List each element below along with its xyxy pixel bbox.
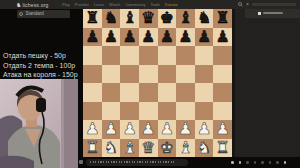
control-dot[interactable] <box>254 161 257 164</box>
square-f5[interactable] <box>176 65 195 84</box>
chat-label-bar <box>263 12 283 14</box>
control-dot[interactable] <box>269 161 272 164</box>
url-text <box>90 161 176 164</box>
white-bishop: ♝ <box>122 138 136 156</box>
black-pawn: ♟ <box>122 27 136 45</box>
black-king: ♚ <box>160 9 174 27</box>
square-b4[interactable] <box>102 83 121 102</box>
status-icon <box>79 160 83 164</box>
square-c4[interactable] <box>120 83 139 102</box>
square-b5[interactable] <box>102 65 121 84</box>
square-f1[interactable]: ♝ <box>176 139 195 158</box>
white-queen: ♛ <box>141 138 155 156</box>
chat-room-toggle[interactable] <box>245 9 300 18</box>
black-rook: ♜ <box>216 9 230 27</box>
square-f8[interactable]: ♝ <box>176 9 195 28</box>
black-bishop: ♝ <box>122 9 136 27</box>
square-h5[interactable] <box>213 65 232 84</box>
square-c2[interactable]: ♟ <box>120 120 139 139</box>
white-bishop: ♝ <box>178 138 192 156</box>
square-e8[interactable]: ♚ <box>158 9 177 28</box>
white-pawn: ♟ <box>160 120 174 138</box>
black-pawn: ♟ <box>85 27 99 45</box>
square-d7[interactable]: ♟ <box>139 28 158 47</box>
bottom-bar <box>78 157 300 168</box>
side-panel <box>235 9 300 157</box>
square-h1[interactable]: ♜ <box>213 139 232 158</box>
square-b7[interactable]: ♟ <box>102 28 121 47</box>
square-g2[interactable]: ♟ <box>195 120 214 139</box>
square-g7[interactable]: ♟ <box>195 28 214 47</box>
black-knight: ♞ <box>104 9 118 27</box>
square-c8[interactable]: ♝ <box>120 9 139 28</box>
black-pawn: ♟ <box>178 27 192 45</box>
square-a1[interactable]: ♜ <box>83 139 102 158</box>
square-d8[interactable]: ♛ <box>139 9 158 28</box>
square-d6[interactable] <box>139 46 158 65</box>
square-a4[interactable] <box>83 83 102 102</box>
close-icon[interactable]: × <box>246 2 249 7</box>
square-b1[interactable]: ♞ <box>102 139 121 158</box>
control-dot[interactable] <box>261 161 264 164</box>
control-dot[interactable] <box>239 161 242 164</box>
square-g8[interactable]: ♞ <box>195 9 214 28</box>
stream-frame: ♞ lichess.org Play Puzzles Learn Watch C… <box>0 0 300 168</box>
streamer-scene <box>0 79 78 168</box>
nav-item-learn[interactable]: Learn <box>94 2 104 7</box>
black-pawn: ♟ <box>104 27 118 45</box>
nav-item-tools[interactable]: Tools <box>150 2 159 7</box>
nav-item-donate[interactable]: Donate <box>165 2 178 7</box>
white-pawn: ♟ <box>122 120 136 138</box>
black-pawn: ♟ <box>216 27 230 45</box>
white-knight: ♞ <box>197 138 211 156</box>
clock-icon <box>19 12 23 16</box>
square-h2[interactable]: ♟ <box>213 120 232 139</box>
square-a6[interactable] <box>83 46 102 65</box>
square-d5[interactable] <box>139 65 158 84</box>
nav-item-watch[interactable]: Watch <box>109 2 120 7</box>
square-e3[interactable] <box>158 102 177 121</box>
bottom-controls <box>231 161 286 164</box>
control-dot[interactable] <box>276 161 279 164</box>
square-f2[interactable]: ♟ <box>176 120 195 139</box>
white-king: ♚ <box>160 138 174 156</box>
white-knight: ♞ <box>104 138 118 156</box>
square-e1[interactable]: ♚ <box>158 139 177 158</box>
white-rook: ♜ <box>85 138 99 156</box>
black-pawn: ♟ <box>141 27 155 45</box>
header-user-area: × <box>238 0 296 9</box>
black-pawn: ♟ <box>197 27 211 45</box>
black-queen: ♛ <box>141 9 155 27</box>
square-d2[interactable]: ♟ <box>139 120 158 139</box>
white-pawn: ♟ <box>197 120 211 138</box>
white-pawn: ♟ <box>141 120 155 138</box>
lichess-logo[interactable]: ♞ lichess.org <box>16 0 49 9</box>
square-g4[interactable] <box>195 83 214 102</box>
username-menu[interactable] <box>252 3 296 7</box>
game-meta-box: Standard <box>17 10 70 18</box>
nav-item-puzzles[interactable]: Puzzles <box>75 2 89 7</box>
square-d4[interactable] <box>139 83 158 102</box>
square-b3[interactable] <box>102 102 121 121</box>
square-f6[interactable] <box>176 46 195 65</box>
square-a3[interactable] <box>83 102 102 121</box>
chat-icon <box>258 12 261 15</box>
white-pawn: ♟ <box>85 120 99 138</box>
control-dot[interactable] <box>284 161 287 164</box>
chess-board[interactable]: ♜♞♝♛♚♝♞♜♟♟♟♟♟♟♟♟♟♟♟♟♟♟♟♟♜♞♝♛♚♝♞♜ <box>83 9 232 157</box>
logo-text: lichess.org <box>22 2 48 8</box>
square-c7[interactable]: ♟ <box>120 28 139 47</box>
url-pill[interactable] <box>86 159 188 166</box>
black-rook: ♜ <box>85 9 99 27</box>
donation-line-2: Отдать 2 темпа - 100р <box>3 61 78 71</box>
wall-corner <box>61 79 64 168</box>
square-e5[interactable] <box>158 65 177 84</box>
square-g3[interactable] <box>195 102 214 121</box>
webcam-view <box>0 79 78 168</box>
headphone-earcup <box>36 98 46 112</box>
wall-shadow <box>63 79 78 168</box>
donation-overlay: Отдать пешку - 50р Отдать 2 темпа - 100р… <box>3 51 78 80</box>
variant-label: Standard <box>26 11 44 16</box>
square-f4[interactable] <box>176 83 195 102</box>
square-b2[interactable]: ♟ <box>102 120 121 139</box>
square-a8[interactable]: ♜ <box>83 9 102 28</box>
square-f7[interactable]: ♟ <box>176 28 195 47</box>
search-icon[interactable] <box>238 2 243 7</box>
knight-logo-icon: ♞ <box>16 2 21 8</box>
square-h8[interactable]: ♜ <box>213 9 232 28</box>
square-d3[interactable] <box>139 102 158 121</box>
control-dot[interactable] <box>246 161 249 164</box>
square-c3[interactable] <box>120 102 139 121</box>
square-h7[interactable]: ♟ <box>213 28 232 47</box>
nav-item-community[interactable]: Community <box>125 2 145 7</box>
square-e4[interactable] <box>158 83 177 102</box>
square-f3[interactable] <box>176 102 195 121</box>
control-dot[interactable] <box>231 161 234 164</box>
white-pawn: ♟ <box>216 120 230 138</box>
white-pawn: ♟ <box>104 120 118 138</box>
donation-line-1: Отдать пешку - 50р <box>3 51 78 61</box>
square-c6[interactable] <box>120 46 139 65</box>
square-g6[interactable] <box>195 46 214 65</box>
square-g5[interactable] <box>195 65 214 84</box>
square-b6[interactable] <box>102 46 121 65</box>
square-h4[interactable] <box>213 83 232 102</box>
square-c1[interactable]: ♝ <box>120 139 139 158</box>
black-knight: ♞ <box>197 9 211 27</box>
nav-item-play[interactable]: Play <box>62 2 70 7</box>
square-e2[interactable]: ♟ <box>158 120 177 139</box>
square-d1[interactable]: ♛ <box>139 139 158 158</box>
square-g1[interactable]: ♞ <box>195 139 214 158</box>
square-e7[interactable]: ♟ <box>158 28 177 47</box>
square-a7[interactable]: ♟ <box>83 28 102 47</box>
square-b8[interactable]: ♞ <box>102 9 121 28</box>
square-a2[interactable]: ♟ <box>83 120 102 139</box>
white-rook: ♜ <box>216 138 230 156</box>
square-a5[interactable] <box>83 65 102 84</box>
square-e6[interactable] <box>158 46 177 65</box>
black-bishop: ♝ <box>178 9 192 27</box>
square-c5[interactable] <box>120 65 139 84</box>
square-h3[interactable] <box>213 102 232 121</box>
white-pawn: ♟ <box>178 120 192 138</box>
square-h6[interactable] <box>213 46 232 65</box>
black-pawn: ♟ <box>160 27 174 45</box>
